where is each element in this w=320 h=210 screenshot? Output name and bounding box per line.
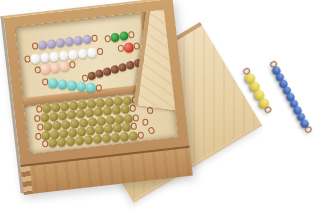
bead [93,107,103,117]
copper-loop [68,61,75,69]
bead [123,42,134,53]
bead [48,138,58,148]
bead [77,48,87,58]
bead [82,34,92,44]
scene [0,0,320,210]
bead-box[interactable] [0,0,192,193]
bead [39,52,49,62]
copper-loop [263,106,272,115]
bead [102,133,112,143]
bead [85,108,95,118]
box-front-wall [20,146,192,195]
bead [121,122,131,132]
copper-loop [133,42,140,50]
bead [58,50,68,60]
copper-loop [129,105,136,113]
bead [49,51,59,61]
bead [40,64,51,75]
bead [85,82,96,93]
bead [84,135,94,145]
copper-loop [130,123,137,131]
bead [66,137,76,147]
bead [128,131,138,141]
box-lid-inside-section [134,10,179,114]
copper-loop [138,132,145,139]
bead [57,137,67,147]
bead [66,80,77,91]
bead [120,132,130,142]
bead [30,53,40,63]
bead [76,109,86,119]
copper-loop [142,118,148,125]
copper-loop [95,84,102,92]
bead [111,105,121,115]
finger-joints [21,166,33,195]
bead [87,47,97,57]
box-interior [15,10,179,154]
bead [120,104,130,114]
bead [75,136,85,146]
copper-loop [147,126,155,135]
bead [111,133,121,143]
copper-loop [96,48,103,56]
copper-loop [128,31,135,39]
bead [93,134,103,144]
bead [102,106,112,116]
bead-bar-9-dark-blue[interactable] [269,60,313,134]
copper-loop [91,34,98,42]
bead [48,78,59,89]
bead [59,61,70,72]
bead [68,49,78,59]
bead-bar-1-red[interactable] [117,41,140,54]
